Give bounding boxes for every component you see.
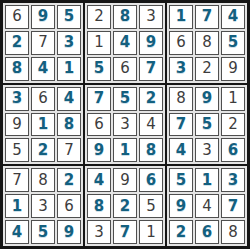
cell-r4c8[interactable]: 9 (195, 87, 219, 111)
cell-r2c9[interactable]: 5 (221, 31, 245, 55)
cell-r3c4[interactable]: 5 (87, 57, 111, 81)
cell-r1c3[interactable]: 5 (57, 5, 81, 29)
block-7: 782136459 (3, 166, 83, 246)
cell-r1c9[interactable]: 4 (221, 5, 245, 29)
block-6: 891752436 (167, 85, 247, 165)
cell-r3c1[interactable]: 8 (5, 57, 29, 81)
cell-r6c2[interactable]: 2 (31, 138, 55, 162)
cell-r4c6[interactable]: 2 (139, 87, 163, 111)
cell-r3c6[interactable]: 7 (139, 57, 163, 81)
cell-r5c3[interactable]: 8 (57, 113, 81, 137)
cell-r5c8[interactable]: 5 (195, 113, 219, 137)
cell-r5c7[interactable]: 7 (169, 113, 193, 137)
cell-r3c3[interactable]: 1 (57, 57, 81, 81)
cell-r1c6[interactable]: 3 (139, 5, 163, 29)
cell-r7c7[interactable]: 5 (169, 168, 193, 192)
cell-r9c9[interactable]: 8 (221, 220, 245, 244)
cell-r8c8[interactable]: 4 (195, 194, 219, 218)
cell-r6c5[interactable]: 1 (113, 138, 137, 162)
cell-r8c3[interactable]: 6 (57, 194, 81, 218)
cell-r3c9[interactable]: 9 (221, 57, 245, 81)
cell-r1c2[interactable]: 9 (31, 5, 55, 29)
cell-r8c7[interactable]: 9 (169, 194, 193, 218)
cell-r5c4[interactable]: 6 (87, 113, 111, 137)
cell-r9c4[interactable]: 3 (87, 220, 111, 244)
cell-r9c6[interactable]: 1 (139, 220, 163, 244)
cell-r3c7[interactable]: 3 (169, 57, 193, 81)
block-5: 752634918 (85, 85, 165, 165)
cell-r5c2[interactable]: 1 (31, 113, 55, 137)
block-2: 283149567 (85, 3, 165, 83)
cell-r8c6[interactable]: 5 (139, 194, 163, 218)
block-3: 174685329 (167, 3, 247, 83)
cell-r4c4[interactable]: 7 (87, 87, 111, 111)
cell-r9c7[interactable]: 2 (169, 220, 193, 244)
cell-r3c2[interactable]: 4 (31, 57, 55, 81)
block-8: 496825371 (85, 166, 165, 246)
cell-r8c5[interactable]: 2 (113, 194, 137, 218)
cell-r2c5[interactable]: 4 (113, 31, 137, 55)
cell-r2c1[interactable]: 2 (5, 31, 29, 55)
cell-r4c7[interactable]: 8 (169, 87, 193, 111)
cell-r9c2[interactable]: 5 (31, 220, 55, 244)
cell-r6c8[interactable]: 3 (195, 138, 219, 162)
cell-r5c5[interactable]: 3 (113, 113, 137, 137)
cell-r1c1[interactable]: 6 (5, 5, 29, 29)
cell-r2c2[interactable]: 7 (31, 31, 55, 55)
sudoku-board: 6952738412831495671746853293649185277526… (0, 0, 250, 249)
block-9: 513947268 (167, 166, 247, 246)
cell-r8c9[interactable]: 7 (221, 194, 245, 218)
cell-r5c1[interactable]: 9 (5, 113, 29, 137)
cell-r3c8[interactable]: 2 (195, 57, 219, 81)
cell-r1c7[interactable]: 1 (169, 5, 193, 29)
block-1: 695273841 (3, 3, 83, 83)
cell-r7c5[interactable]: 9 (113, 168, 137, 192)
cell-r5c6[interactable]: 4 (139, 113, 163, 137)
cell-r6c9[interactable]: 6 (221, 138, 245, 162)
cell-r1c8[interactable]: 7 (195, 5, 219, 29)
cell-r7c6[interactable]: 6 (139, 168, 163, 192)
cell-r7c9[interactable]: 3 (221, 168, 245, 192)
cell-r4c1[interactable]: 3 (5, 87, 29, 111)
cell-r6c7[interactable]: 4 (169, 138, 193, 162)
cell-r4c9[interactable]: 1 (221, 87, 245, 111)
cell-r6c6[interactable]: 8 (139, 138, 163, 162)
cell-r7c8[interactable]: 1 (195, 168, 219, 192)
cell-r4c2[interactable]: 6 (31, 87, 55, 111)
cell-r9c8[interactable]: 6 (195, 220, 219, 244)
block-4: 364918527 (3, 85, 83, 165)
cell-r2c8[interactable]: 8 (195, 31, 219, 55)
cell-r8c1[interactable]: 1 (5, 194, 29, 218)
cell-r3c5[interactable]: 6 (113, 57, 137, 81)
cell-r9c3[interactable]: 9 (57, 220, 81, 244)
cell-r1c5[interactable]: 8 (113, 5, 137, 29)
cell-r6c3[interactable]: 7 (57, 138, 81, 162)
cell-r4c5[interactable]: 5 (113, 87, 137, 111)
cell-r8c2[interactable]: 3 (31, 194, 55, 218)
cell-r6c4[interactable]: 9 (87, 138, 111, 162)
cell-r7c2[interactable]: 8 (31, 168, 55, 192)
cell-r7c1[interactable]: 7 (5, 168, 29, 192)
cell-r9c5[interactable]: 7 (113, 220, 137, 244)
cell-r2c6[interactable]: 9 (139, 31, 163, 55)
cell-r9c1[interactable]: 4 (5, 220, 29, 244)
cell-r2c7[interactable]: 6 (169, 31, 193, 55)
cell-r1c4[interactable]: 2 (87, 5, 111, 29)
cell-r4c3[interactable]: 4 (57, 87, 81, 111)
cell-r8c4[interactable]: 8 (87, 194, 111, 218)
cell-r7c4[interactable]: 4 (87, 168, 111, 192)
cell-r6c1[interactable]: 5 (5, 138, 29, 162)
cell-r7c3[interactable]: 2 (57, 168, 81, 192)
cell-r2c4[interactable]: 1 (87, 31, 111, 55)
cell-r5c9[interactable]: 2 (221, 113, 245, 137)
cell-r2c3[interactable]: 3 (57, 31, 81, 55)
